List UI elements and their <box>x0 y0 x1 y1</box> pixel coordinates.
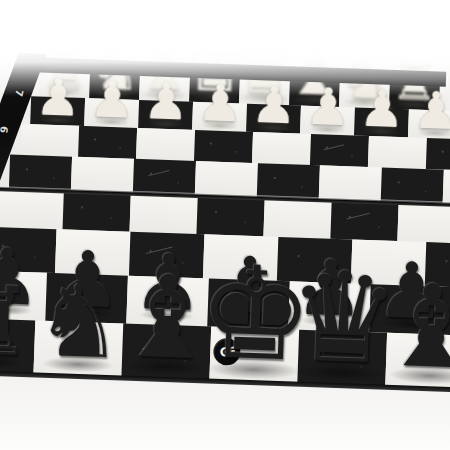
square-g8[interactable]: ♞ <box>33 320 123 376</box>
piece-black-bishop-c8[interactable]: ♝ <box>378 271 450 383</box>
square-d2[interactable]: ♟ <box>246 104 301 134</box>
square-f5[interactable] <box>129 193 197 234</box>
piece-white-pawn-f2[interactable]: ♟ <box>142 77 189 127</box>
rank-label-6: 6 <box>0 123 11 137</box>
square-b5[interactable] <box>397 202 450 243</box>
piece-black-rook-h8[interactable]: ♜ <box>0 274 35 367</box>
piece-black-knight-g8[interactable]: ♞ <box>33 273 125 370</box>
photo-background: 7 6 5 4 ♜♞♝♚♛♝♞♜♟♟♟♟♟♟♟♟♟♟♟♟♟♟♟♟♜♞♝♚♛♝♞♜… <box>0 0 450 450</box>
square-g2[interactable]: ♟ <box>84 98 139 128</box>
square-f4[interactable] <box>133 159 196 195</box>
piece-white-pawn-h2[interactable]: ♟ <box>34 73 81 123</box>
square-e2[interactable]: ♟ <box>192 102 247 132</box>
square-g3[interactable] <box>78 126 137 159</box>
square-c5[interactable] <box>330 200 398 241</box>
square-c4[interactable] <box>319 165 382 201</box>
piece-white-pawn-b2[interactable]: ♟ <box>358 84 405 134</box>
square-e4[interactable] <box>195 161 258 197</box>
square-g5[interactable] <box>63 190 131 231</box>
piece-white-pawn-e2[interactable]: ♟ <box>196 79 243 129</box>
square-f3[interactable] <box>136 128 195 161</box>
square-h3[interactable] <box>20 124 79 157</box>
square-b4[interactable] <box>381 167 444 203</box>
square-h2[interactable]: ♟ <box>30 96 85 126</box>
square-a2[interactable]: ♟ <box>408 109 450 139</box>
piece-white-pawn-g2[interactable]: ♟ <box>88 75 135 125</box>
square-h8[interactable]: ♜ <box>0 317 35 373</box>
square-c8[interactable]: ♝ <box>385 333 450 389</box>
square-h4[interactable] <box>9 154 72 190</box>
square-a3[interactable] <box>426 138 450 171</box>
square-e5[interactable] <box>196 195 264 236</box>
square-f2[interactable]: ♟ <box>138 100 193 130</box>
square-d8[interactable]: ♛ <box>297 330 387 386</box>
square-g4[interactable] <box>71 157 134 193</box>
chess-board: 7 6 5 4 ♜♞♝♚♛♝♞♜♟♟♟♟♟♟♟♟♟♟♟♟♟♟♟♟♜♞♝♚♛♝♞♜… <box>0 0 450 450</box>
piece-white-pawn-a2[interactable]: ♟ <box>412 86 450 136</box>
rank-label-7: 7 <box>13 86 26 100</box>
square-c3[interactable] <box>310 134 369 167</box>
piece-white-pawn-d2[interactable]: ♟ <box>250 80 297 130</box>
square-d4[interactable] <box>257 163 320 199</box>
square-c2[interactable]: ♟ <box>300 106 355 136</box>
square-d3[interactable] <box>252 132 311 165</box>
square-d5[interactable] <box>263 197 331 238</box>
square-e3[interactable] <box>194 130 253 163</box>
square-b2[interactable]: ♟ <box>354 107 409 137</box>
square-b3[interactable] <box>368 136 427 169</box>
piece-white-pawn-c2[interactable]: ♟ <box>304 82 351 132</box>
square-a4[interactable] <box>443 170 450 206</box>
square-h5[interactable] <box>0 188 64 229</box>
